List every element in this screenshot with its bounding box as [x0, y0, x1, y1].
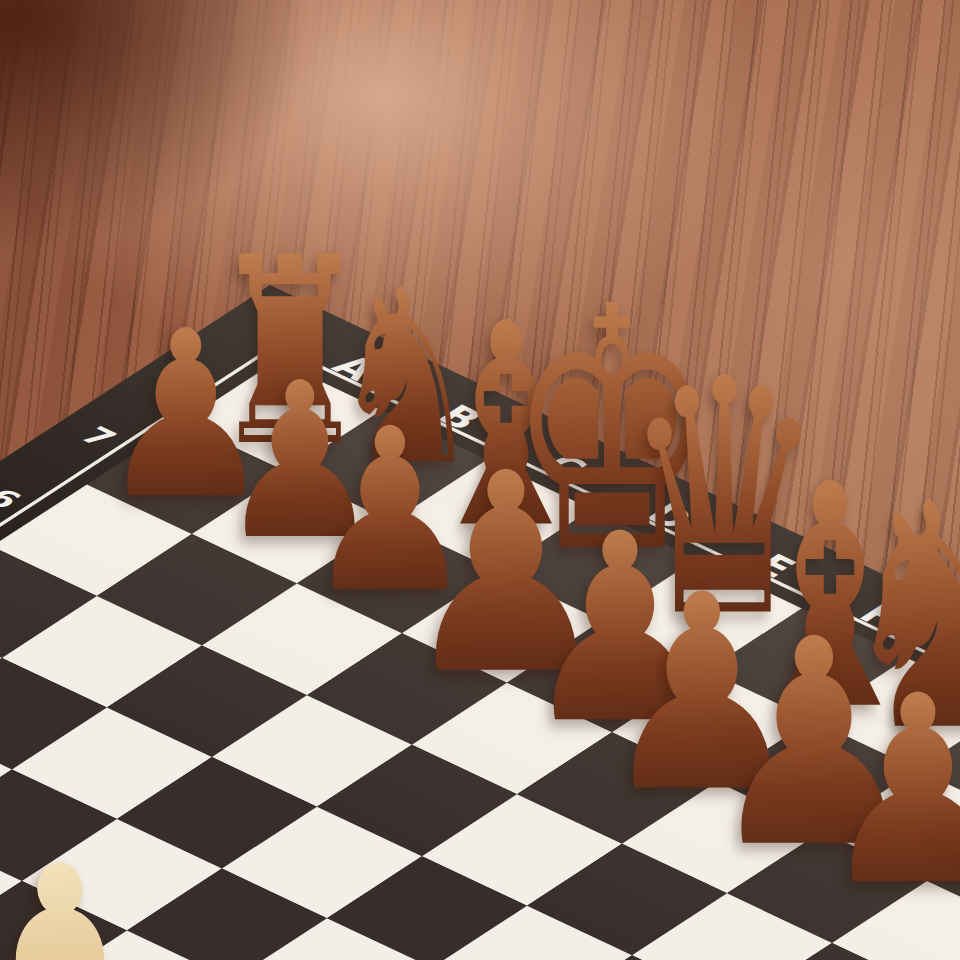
photo-stage: ABCDEFGH 87654321 ♜♞♝♚♛♝♞♟♟♟♟♟♟♟♟♟ [0, 0, 960, 960]
chess-piece-dark-pawn: ♟ [819, 661, 960, 921]
pieces-layer: ♜♞♝♚♛♝♞♟♟♟♟♟♟♟♟♟ [0, 0, 960, 960]
chess-piece-light-pawn: ♟ [0, 824, 188, 960]
